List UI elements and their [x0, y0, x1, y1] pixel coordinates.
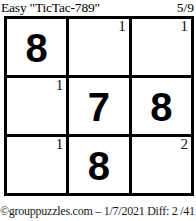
cell-r0c2[interactable]: 1 — [132, 19, 191, 75]
corner-clue: 1 — [56, 77, 64, 94]
puzzle-page: { "game": "TicTac-789 (grouppuzzles.com … — [0, 0, 196, 221]
cell-r1c2[interactable]: 8 — [132, 78, 191, 134]
corner-clue: 1 — [118, 18, 126, 35]
cell-r1c0[interactable]: 1 — [7, 78, 66, 134]
cell-value: 7 — [88, 87, 110, 127]
corner-clue: 2 — [180, 136, 188, 153]
copyright-line: ©grouppuzzles.com – 1/7/2021 Diff: 2 /41 — [0, 203, 196, 219]
cell-r2c1[interactable]: 8 — [69, 137, 128, 193]
cell-value: 8 — [26, 28, 48, 68]
progress-counter: 5/9 — [177, 0, 195, 15]
cell-r0c1[interactable]: 1 — [69, 19, 128, 75]
cell-r2c2[interactable]: 2 — [132, 137, 191, 193]
puzzle-grid: 8 1 1 1 7 8 1 8 2 — [4, 16, 194, 196]
cell-r2c0[interactable]: 1 — [7, 137, 66, 193]
cell-r1c1[interactable]: 7 — [69, 78, 128, 134]
cell-value: 8 — [88, 146, 110, 186]
cell-value: 8 — [150, 87, 172, 127]
puzzle-title: Easy "TicTac-789" — [1, 0, 100, 15]
corner-clue: 1 — [180, 18, 188, 35]
cell-r0c0[interactable]: 8 — [7, 19, 66, 75]
corner-clue: 1 — [56, 136, 64, 153]
title-row: Easy "TicTac-789" 5/9 — [1, 0, 195, 15]
